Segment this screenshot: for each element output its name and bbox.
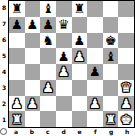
white-king-piece[interactable]: ♚ [120,112,132,125]
square-f8[interactable] [87,1,103,17]
black-pawn-piece[interactable]: ♟ [58,49,70,62]
turn-indicator-corner [0,128,8,136]
white-pawn-piece[interactable]: ♟ [11,96,23,109]
square-b7[interactable]: ♟ [25,17,41,33]
square-h3[interactable]: ♛ [118,80,134,96]
square-b4[interactable] [25,64,41,80]
square-g5[interactable]: ♝ [103,48,119,64]
square-d5[interactable]: ♟ [56,48,72,64]
black-bishop-piece[interactable]: ♝ [42,2,54,15]
black-king-piece[interactable]: ♚ [105,33,117,46]
square-b1[interactable] [25,111,41,127]
square-a6[interactable] [9,33,25,49]
square-e6[interactable]: ♟ [72,33,88,49]
rank-label-1: 1 [0,112,8,128]
square-c1[interactable] [40,111,56,127]
square-b6[interactable] [25,33,41,49]
rank-label-6: 6 [0,32,8,48]
square-a7[interactable]: ♟ [9,17,25,33]
file-label-d: d [56,128,72,136]
file-label-c: c [40,128,56,136]
square-c7[interactable]: ♟ [40,17,56,33]
file-label-a: a [8,128,24,136]
rank-label-2: 2 [0,96,8,112]
square-a4[interactable] [9,64,25,80]
board: ♜♝♜♟♟♟♛♞♟♚♟♟♝♟♟♟♛♟♟♟♟♜♜♚ [8,0,135,128]
square-f2[interactable]: ♟ [87,96,103,112]
white-pawn-piece[interactable]: ♟ [27,96,39,109]
black-rook-piece[interactable]: ♜ [11,2,23,15]
square-a5[interactable] [9,48,25,64]
square-a3[interactable] [9,80,25,96]
white-to-move-indicator [0,128,7,135]
file-label-e: e [72,128,88,136]
black-rook-piece[interactable]: ♜ [73,2,85,15]
square-g2[interactable] [103,96,119,112]
rank-label-4: 4 [0,64,8,80]
black-pawn-piece[interactable]: ♟ [27,18,39,31]
square-f5[interactable] [87,48,103,64]
square-e3[interactable] [72,80,88,96]
square-e7[interactable] [72,17,88,33]
white-pawn-piece[interactable]: ♟ [120,96,132,109]
square-d3[interactable] [56,80,72,96]
white-pawn-piece[interactable]: ♟ [58,65,70,78]
white-rook-piece[interactable]: ♜ [105,112,117,125]
black-queen-piece[interactable]: ♛ [58,18,70,31]
square-d4[interactable]: ♟ [56,64,72,80]
square-c2[interactable] [40,96,56,112]
chess-diagram: 87654321 ♜♝♜♟♟♟♛♞♟♚♟♟♝♟♟♟♛♟♟♟♟♜♜♚ abcdef… [0,0,135,136]
square-f6[interactable] [87,33,103,49]
square-d1[interactable] [56,111,72,127]
square-g4[interactable] [103,64,119,80]
square-h1[interactable]: ♚ [118,111,134,127]
square-c3[interactable]: ♟ [40,80,56,96]
square-b8[interactable] [25,1,41,17]
square-h2[interactable]: ♟ [118,96,134,112]
square-b5[interactable] [25,48,41,64]
white-queen-piece[interactable]: ♛ [120,81,132,94]
square-e1[interactable] [72,111,88,127]
rank-label-7: 7 [0,16,8,32]
file-label-g: g [103,128,119,136]
square-f4[interactable]: ♟ [87,64,103,80]
square-e8[interactable]: ♜ [72,1,88,17]
black-knight-piece[interactable]: ♞ [42,33,54,46]
square-e4[interactable] [72,64,88,80]
rank-label-5: 5 [0,48,8,64]
square-g1[interactable]: ♜ [103,111,119,127]
square-a1[interactable]: ♜ [9,111,25,127]
black-pawn-piece[interactable]: ♟ [42,18,54,31]
white-pawn-piece[interactable]: ♟ [89,96,101,109]
white-rook-piece[interactable]: ♜ [11,112,23,125]
square-c8[interactable]: ♝ [40,1,56,17]
white-pawn-piece[interactable]: ♟ [42,81,54,94]
square-h6[interactable] [118,33,134,49]
white-pawn-piece[interactable]: ♟ [73,49,85,62]
square-h5[interactable] [118,48,134,64]
file-label-f: f [87,128,103,136]
square-a8[interactable]: ♜ [9,1,25,17]
black-bishop-piece[interactable]: ♝ [105,49,117,62]
square-b3[interactable] [25,80,41,96]
square-b2[interactable]: ♟ [25,96,41,112]
square-g8[interactable] [103,1,119,17]
square-g6[interactable]: ♚ [103,33,119,49]
rank-label-8: 8 [0,0,8,16]
square-c5[interactable] [40,48,56,64]
square-f7[interactable] [87,17,103,33]
square-c6[interactable]: ♞ [40,33,56,49]
file-label-h: h [119,128,135,136]
square-d2[interactable] [56,96,72,112]
square-g3[interactable] [103,80,119,96]
square-h7[interactable] [118,17,134,33]
black-pawn-piece[interactable]: ♟ [11,18,23,31]
file-label-b: b [24,128,40,136]
square-a2[interactable]: ♟ [9,96,25,112]
square-f1[interactable] [87,111,103,127]
square-g7[interactable] [103,17,119,33]
square-e2[interactable] [72,96,88,112]
square-h8[interactable] [118,1,134,17]
rank-labels-column: 87654321 [0,0,8,128]
square-d6[interactable] [56,33,72,49]
square-d8[interactable] [56,1,72,17]
black-pawn-piece[interactable]: ♟ [73,33,85,46]
square-c4[interactable] [40,64,56,80]
square-h4[interactable] [118,64,134,80]
square-e5[interactable]: ♟ [72,48,88,64]
file-labels-row: abcdefgh [8,128,135,136]
rank-label-3: 3 [0,80,8,96]
black-pawn-piece[interactable]: ♟ [89,65,101,78]
square-f3[interactable] [87,80,103,96]
square-d7[interactable]: ♛ [56,17,72,33]
